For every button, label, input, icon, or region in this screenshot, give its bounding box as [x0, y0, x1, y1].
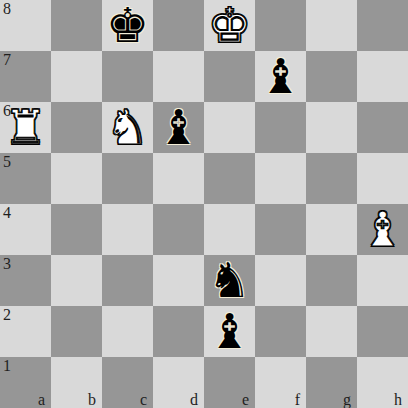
white-bishop-h4[interactable]: ♝ [361, 204, 404, 255]
square-e4[interactable] [204, 204, 255, 255]
white-knight-c6[interactable]: ♞ [106, 102, 149, 153]
square-g4[interactable] [306, 204, 357, 255]
square-g7[interactable] [306, 51, 357, 102]
square-h7[interactable] [357, 51, 408, 102]
square-c7[interactable] [102, 51, 153, 102]
square-g2[interactable] [306, 306, 357, 357]
square-b5[interactable] [51, 153, 102, 204]
square-b7[interactable] [51, 51, 102, 102]
square-a6[interactable]: 6♜ [0, 102, 51, 153]
file-label-h: h [394, 392, 402, 408]
black-bishop-d6[interactable]: ♝ [157, 102, 200, 153]
square-f5[interactable] [255, 153, 306, 204]
square-h4[interactable]: ♝ [357, 204, 408, 255]
square-a5[interactable]: 5 [0, 153, 51, 204]
square-a7[interactable]: 7 [0, 51, 51, 102]
file-label-a: a [38, 392, 45, 408]
white-king-e8[interactable]: ♚ [208, 0, 251, 51]
square-b4[interactable] [51, 204, 102, 255]
square-g5[interactable] [306, 153, 357, 204]
square-f3[interactable] [255, 255, 306, 306]
square-e7[interactable] [204, 51, 255, 102]
square-a8[interactable]: 8 [0, 0, 51, 51]
square-e3[interactable]: ♞ [204, 255, 255, 306]
square-a1[interactable]: 1a [0, 357, 51, 408]
square-a4[interactable]: 4 [0, 204, 51, 255]
square-d4[interactable] [153, 204, 204, 255]
square-a3[interactable]: 3 [0, 255, 51, 306]
file-label-e: e [242, 392, 249, 408]
square-f2[interactable] [255, 306, 306, 357]
square-c4[interactable] [102, 204, 153, 255]
square-f1[interactable]: f [255, 357, 306, 408]
square-b6[interactable] [51, 102, 102, 153]
rank-label-5: 5 [3, 154, 11, 170]
rank-label-2: 2 [3, 307, 11, 323]
rank-label-7: 7 [3, 52, 11, 68]
square-f7[interactable]: ♝ [255, 51, 306, 102]
square-b3[interactable] [51, 255, 102, 306]
square-f4[interactable] [255, 204, 306, 255]
black-bishop-f7[interactable]: ♝ [259, 51, 302, 102]
square-h2[interactable] [357, 306, 408, 357]
square-h3[interactable] [357, 255, 408, 306]
square-d8[interactable] [153, 0, 204, 51]
file-label-d: d [190, 392, 198, 408]
file-label-f: f [295, 392, 300, 408]
rank-label-4: 4 [3, 205, 11, 221]
rank-label-8: 8 [3, 1, 11, 17]
square-c5[interactable] [102, 153, 153, 204]
square-e2[interactable]: ♝ [204, 306, 255, 357]
square-b2[interactable] [51, 306, 102, 357]
square-c2[interactable] [102, 306, 153, 357]
black-king-c8[interactable]: ♚ [106, 0, 149, 51]
square-e8[interactable]: ♚ [204, 0, 255, 51]
square-h5[interactable] [357, 153, 408, 204]
square-b8[interactable] [51, 0, 102, 51]
chess-board: 8♚♚7♝6♜♞♝54♝3♞2♝1abcdefgh [0, 0, 408, 408]
file-label-b: b [88, 392, 96, 408]
square-e6[interactable] [204, 102, 255, 153]
square-f6[interactable] [255, 102, 306, 153]
square-e1[interactable]: e [204, 357, 255, 408]
square-d5[interactable] [153, 153, 204, 204]
square-a2[interactable]: 2 [0, 306, 51, 357]
black-knight-e3[interactable]: ♞ [208, 255, 251, 306]
square-d7[interactable] [153, 51, 204, 102]
square-b1[interactable]: b [51, 357, 102, 408]
square-h8[interactable] [357, 0, 408, 51]
white-rook-a6[interactable]: ♜ [4, 102, 47, 153]
square-c1[interactable]: c [102, 357, 153, 408]
square-f8[interactable] [255, 0, 306, 51]
square-h6[interactable] [357, 102, 408, 153]
black-bishop-e2[interactable]: ♝ [208, 306, 251, 357]
square-g8[interactable] [306, 0, 357, 51]
square-g6[interactable] [306, 102, 357, 153]
square-e5[interactable] [204, 153, 255, 204]
square-d6[interactable]: ♝ [153, 102, 204, 153]
square-d2[interactable] [153, 306, 204, 357]
square-d3[interactable] [153, 255, 204, 306]
square-c8[interactable]: ♚ [102, 0, 153, 51]
square-h1[interactable]: h [357, 357, 408, 408]
square-c3[interactable] [102, 255, 153, 306]
square-g1[interactable]: g [306, 357, 357, 408]
square-c6[interactable]: ♞ [102, 102, 153, 153]
rank-label-1: 1 [3, 358, 11, 374]
square-d1[interactable]: d [153, 357, 204, 408]
file-label-c: c [140, 392, 147, 408]
rank-label-3: 3 [3, 256, 11, 272]
file-label-g: g [343, 392, 351, 408]
square-g3[interactable] [306, 255, 357, 306]
